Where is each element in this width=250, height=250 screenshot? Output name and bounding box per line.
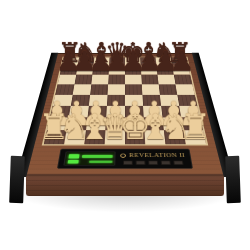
lcd-glyphs bbox=[68, 160, 79, 164]
square-a2[interactable]: ♟ bbox=[47, 118, 69, 131]
square-c6[interactable] bbox=[91, 75, 108, 85]
square-f3[interactable] bbox=[143, 106, 162, 118]
square-d7[interactable]: ♟ bbox=[109, 66, 125, 75]
square-c1[interactable]: ♝ bbox=[84, 130, 105, 144]
control-plaque: REVELATION II bbox=[57, 149, 193, 169]
square-g3[interactable] bbox=[161, 106, 181, 118]
piece-black-rook: ♜ bbox=[168, 40, 192, 65]
square-e5[interactable] bbox=[125, 84, 142, 94]
square-b7[interactable]: ♟ bbox=[76, 66, 93, 75]
panel-button-2[interactable] bbox=[136, 161, 146, 165]
square-b6[interactable] bbox=[74, 75, 92, 85]
brand-row: REVELATION II bbox=[120, 152, 185, 158]
square-g6[interactable] bbox=[158, 75, 176, 85]
square-h6[interactable] bbox=[174, 75, 192, 85]
square-b2[interactable]: ♟ bbox=[67, 118, 88, 131]
square-a5[interactable] bbox=[55, 84, 74, 94]
square-a1[interactable]: ♜ bbox=[44, 130, 67, 144]
panel-buttons bbox=[123, 161, 184, 165]
panel-button-3[interactable] bbox=[148, 161, 158, 165]
square-f2[interactable]: ♟ bbox=[144, 118, 164, 131]
square-b3[interactable] bbox=[69, 106, 89, 118]
square-h1[interactable]: ♜ bbox=[183, 130, 206, 144]
square-f5[interactable] bbox=[142, 84, 160, 94]
panel-right: REVELATION II bbox=[120, 152, 186, 165]
square-g1[interactable]: ♞ bbox=[164, 130, 186, 144]
square-h7[interactable]: ♟ bbox=[172, 66, 190, 75]
dgt-logo-icon bbox=[120, 153, 126, 157]
square-e2[interactable]: ♟ bbox=[125, 118, 144, 131]
square-g2[interactable]: ♟ bbox=[162, 118, 183, 131]
square-d1[interactable]: ♛ bbox=[105, 130, 125, 144]
square-b5[interactable] bbox=[73, 84, 92, 94]
square-d8[interactable]: ♛ bbox=[109, 57, 125, 65]
square-a8[interactable]: ♜ bbox=[62, 57, 79, 65]
square-g5[interactable] bbox=[159, 84, 178, 94]
square-a7[interactable]: ♟ bbox=[60, 66, 78, 75]
square-f6[interactable] bbox=[141, 75, 158, 85]
board-grid: ♜♞♝♛♚♝♞♜♟♟♟♟♟♟♟♟♟♟♟♟♟♟♟♟♜♞♝♛♚♝♞♜ bbox=[42, 57, 209, 146]
panel-button-5[interactable] bbox=[173, 161, 183, 165]
square-g8[interactable]: ♞ bbox=[156, 57, 173, 65]
square-e8[interactable]: ♚ bbox=[125, 57, 141, 65]
chess-board: ♜♞♝♛♚♝♞♜♟♟♟♟♟♟♟♟♟♟♟♟♟♟♟♟♜♞♝♛♚♝♞♜ REVELAT… bbox=[25, 53, 225, 174]
square-c5[interactable] bbox=[90, 84, 108, 94]
square-d3[interactable] bbox=[106, 106, 125, 118]
square-b8[interactable]: ♞ bbox=[78, 57, 95, 65]
square-h3[interactable] bbox=[179, 106, 200, 118]
square-f1[interactable]: ♝ bbox=[144, 130, 165, 144]
board-front-apron bbox=[26, 172, 224, 196]
square-f8[interactable]: ♝ bbox=[140, 57, 156, 65]
square-a3[interactable] bbox=[50, 106, 71, 118]
square-e7[interactable]: ♟ bbox=[125, 66, 141, 75]
square-c8[interactable]: ♝ bbox=[93, 57, 109, 65]
left-rail-end-cap bbox=[9, 156, 25, 203]
panel-button-1[interactable] bbox=[123, 161, 133, 165]
square-b1[interactable]: ♞ bbox=[64, 130, 86, 144]
square-h5[interactable] bbox=[176, 84, 195, 94]
product-photo-scene: ♜♞♝♛♚♝♞♜♟♟♟♟♟♟♟♟♟♟♟♟♟♟♟♟♜♞♝♛♚♝♞♜ REVELAT… bbox=[0, 0, 250, 250]
square-h2[interactable]: ♟ bbox=[181, 118, 203, 131]
square-c2[interactable]: ♟ bbox=[86, 118, 106, 131]
square-a4[interactable] bbox=[53, 95, 73, 106]
square-c3[interactable] bbox=[88, 106, 107, 118]
square-g7[interactable]: ♟ bbox=[157, 66, 174, 75]
lcd-display bbox=[63, 152, 115, 166]
square-g4[interactable] bbox=[160, 95, 179, 106]
lcd-glyphs bbox=[68, 154, 79, 158]
square-h4[interactable] bbox=[177, 95, 197, 106]
lcd-glyphs bbox=[82, 155, 113, 158]
square-e6[interactable] bbox=[125, 75, 142, 85]
square-d2[interactable]: ♟ bbox=[106, 118, 125, 131]
square-d4[interactable] bbox=[107, 95, 125, 106]
square-c7[interactable]: ♟ bbox=[92, 66, 109, 75]
square-a6[interactable] bbox=[58, 75, 76, 85]
square-c4[interactable] bbox=[89, 95, 108, 106]
square-e4[interactable] bbox=[125, 95, 143, 106]
square-e1[interactable]: ♚ bbox=[125, 130, 145, 144]
square-b4[interactable] bbox=[71, 95, 90, 106]
square-e3[interactable] bbox=[125, 106, 144, 118]
square-f7[interactable]: ♟ bbox=[141, 66, 158, 75]
square-h8[interactable]: ♜ bbox=[171, 57, 188, 65]
panel-button-4[interactable] bbox=[161, 161, 171, 165]
square-d5[interactable] bbox=[108, 84, 125, 94]
right-rail-end-cap bbox=[225, 156, 241, 203]
brand-label: REVELATION II bbox=[129, 152, 185, 158]
square-f4[interactable] bbox=[142, 95, 161, 106]
square-d6[interactable] bbox=[108, 75, 125, 85]
lcd-glyphs bbox=[89, 161, 112, 163]
